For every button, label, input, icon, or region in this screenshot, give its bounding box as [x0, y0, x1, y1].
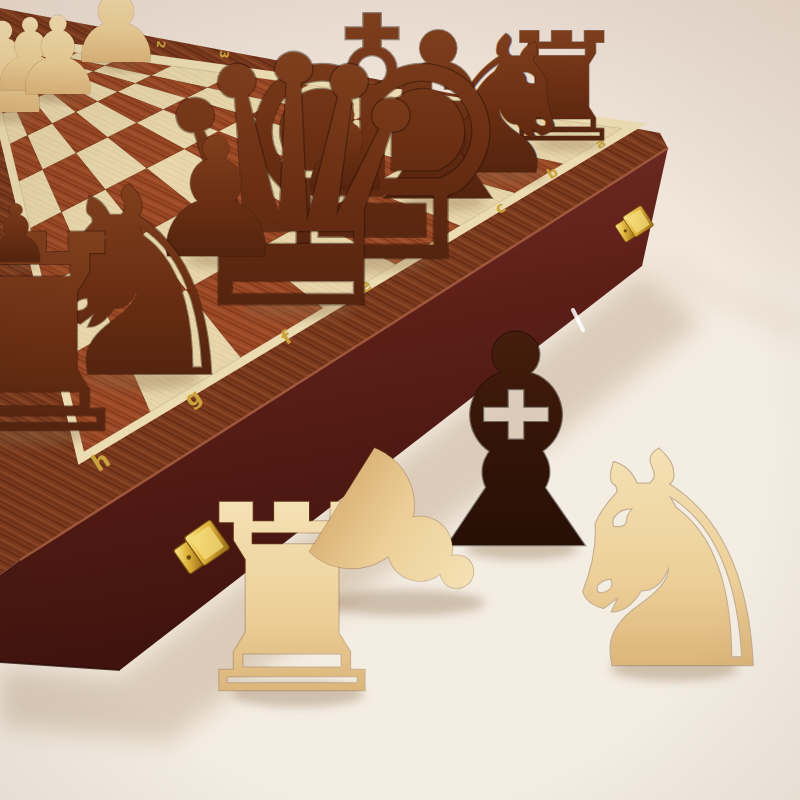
chess-set-product-photo: abcdefgh23 ♟♟♟♟♜♞♝♚♟♛♟♞♜♟♝♜♟♞ [0, 0, 800, 800]
scene-svg: abcdefgh23 ♟♟♟♟♜♞♝♚♟♛♟♞♜♟♝♜♟♞ [0, 0, 800, 800]
vignette [0, 0, 800, 800]
